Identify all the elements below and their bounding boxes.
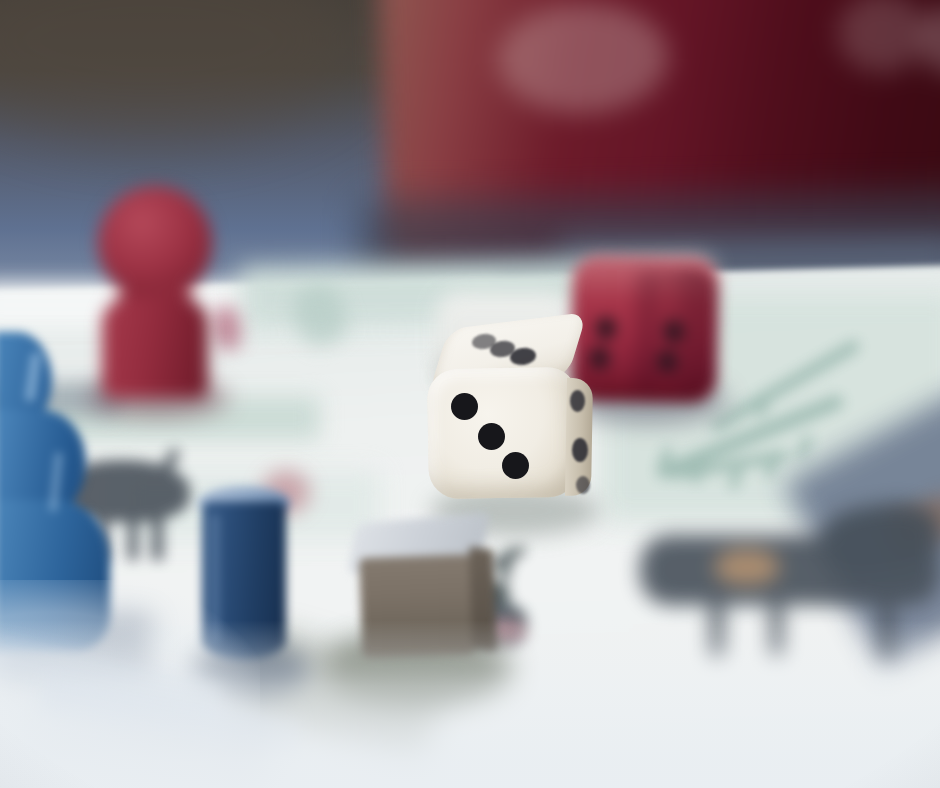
vignette xyxy=(0,0,940,788)
photo-scene xyxy=(0,0,940,788)
